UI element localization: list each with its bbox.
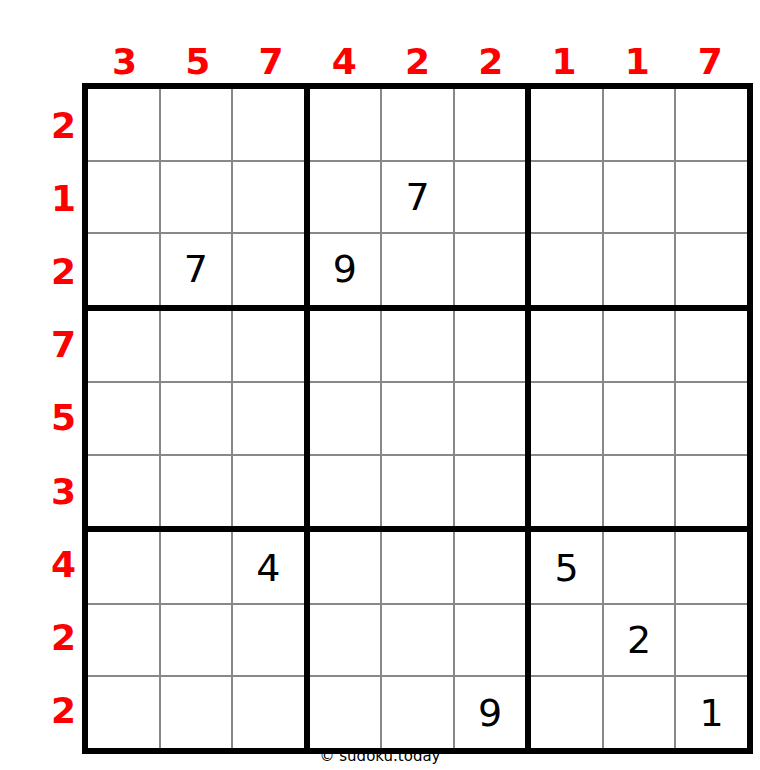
box-4 <box>88 311 304 527</box>
cell-r1c8[interactable] <box>604 89 675 160</box>
box-6 <box>531 311 747 527</box>
top-clue-col-2: 5 <box>161 40 234 80</box>
cell-r5c3[interactable] <box>233 383 304 454</box>
cell-r8c4[interactable] <box>310 605 381 676</box>
box-2: 79 <box>310 89 526 305</box>
cell-r5c6[interactable] <box>455 383 526 454</box>
top-clues-row: 357422117 <box>88 40 747 80</box>
cell-r3c5[interactable] <box>382 234 453 305</box>
cell-r5c1[interactable] <box>88 383 159 454</box>
top-clue-col-3: 7 <box>234 40 307 80</box>
cell-r4c3[interactable] <box>233 311 304 382</box>
top-clue-col-8: 1 <box>601 40 674 80</box>
cell-r7c4[interactable] <box>310 532 381 603</box>
cell-r9c4[interactable] <box>310 677 381 748</box>
cell-r2c8[interactable] <box>604 162 675 233</box>
cell-r7c6[interactable] <box>455 532 526 603</box>
cell-r6c3[interactable] <box>233 456 304 527</box>
left-clue-row-6: 3 <box>40 455 80 528</box>
cell-r2c1[interactable] <box>88 162 159 233</box>
cell-r2c4[interactable] <box>310 162 381 233</box>
cell-r4c5[interactable] <box>382 311 453 382</box>
box-5 <box>310 311 526 527</box>
left-clues-column: 212753422 <box>40 89 80 748</box>
cell-r8c7[interactable] <box>531 605 602 676</box>
cell-r6c5[interactable] <box>382 456 453 527</box>
left-clue-row-4: 7 <box>40 309 80 382</box>
cell-r2c5[interactable]: 7 <box>382 162 453 233</box>
cell-r1c7[interactable] <box>531 89 602 160</box>
cell-r5c8[interactable] <box>604 383 675 454</box>
cell-r9c6[interactable]: 9 <box>455 677 526 748</box>
cell-r4c9[interactable] <box>676 311 747 382</box>
cell-r7c8[interactable] <box>604 532 675 603</box>
top-clue-col-6: 2 <box>454 40 527 80</box>
cell-r6c7[interactable] <box>531 456 602 527</box>
cell-r5c2[interactable] <box>161 383 232 454</box>
cell-r4c1[interactable] <box>88 311 159 382</box>
footer-credit: © sudoku.today <box>0 747 760 765</box>
cell-r2c6[interactable] <box>455 162 526 233</box>
cell-r3c1[interactable] <box>88 234 159 305</box>
cell-r3c8[interactable] <box>604 234 675 305</box>
cell-r9c5[interactable] <box>382 677 453 748</box>
cell-r7c2[interactable] <box>161 532 232 603</box>
cell-r4c8[interactable] <box>604 311 675 382</box>
cell-r5c9[interactable] <box>676 383 747 454</box>
cell-r1c4[interactable] <box>310 89 381 160</box>
cell-r7c9[interactable] <box>676 532 747 603</box>
cell-r8c1[interactable] <box>88 605 159 676</box>
cell-r6c9[interactable] <box>676 456 747 527</box>
cell-r7c3[interactable]: 4 <box>233 532 304 603</box>
cell-r3c4[interactable]: 9 <box>310 234 381 305</box>
left-clue-row-1: 2 <box>40 89 80 162</box>
cell-r2c3[interactable] <box>233 162 304 233</box>
cell-r9c1[interactable] <box>88 677 159 748</box>
left-clue-row-9: 2 <box>40 675 80 748</box>
cell-r2c7[interactable] <box>531 162 602 233</box>
box-7: 4 <box>88 532 304 748</box>
cell-r9c2[interactable] <box>161 677 232 748</box>
cell-r8c6[interactable] <box>455 605 526 676</box>
cell-r3c6[interactable] <box>455 234 526 305</box>
cell-r2c2[interactable] <box>161 162 232 233</box>
cell-r6c1[interactable] <box>88 456 159 527</box>
cell-r1c3[interactable] <box>233 89 304 160</box>
cell-r8c8[interactable]: 2 <box>604 605 675 676</box>
cell-r3c2[interactable]: 7 <box>161 234 232 305</box>
left-clue-row-7: 4 <box>40 528 80 601</box>
cell-r3c7[interactable] <box>531 234 602 305</box>
top-clue-col-4: 4 <box>308 40 381 80</box>
cell-r4c6[interactable] <box>455 311 526 382</box>
cell-r8c2[interactable] <box>161 605 232 676</box>
cell-r6c6[interactable] <box>455 456 526 527</box>
cell-r6c4[interactable] <box>310 456 381 527</box>
cell-r5c7[interactable] <box>531 383 602 454</box>
cell-r4c4[interactable] <box>310 311 381 382</box>
cell-r7c7[interactable]: 5 <box>531 532 602 603</box>
sudoku-board: 77949521 <box>82 83 753 754</box>
cell-r5c5[interactable] <box>382 383 453 454</box>
cell-r6c8[interactable] <box>604 456 675 527</box>
left-clue-row-3: 2 <box>40 235 80 308</box>
cell-r9c9[interactable]: 1 <box>676 677 747 748</box>
cell-r2c9[interactable] <box>676 162 747 233</box>
cell-r7c1[interactable] <box>88 532 159 603</box>
cell-r1c5[interactable] <box>382 89 453 160</box>
box-9: 521 <box>531 532 747 748</box>
top-clue-col-7: 1 <box>527 40 600 80</box>
cell-r9c3[interactable] <box>233 677 304 748</box>
cell-r7c5[interactable] <box>382 532 453 603</box>
left-clue-row-8: 2 <box>40 602 80 675</box>
cell-r8c5[interactable] <box>382 605 453 676</box>
cell-r8c9[interactable] <box>676 605 747 676</box>
cell-r4c7[interactable] <box>531 311 602 382</box>
cell-r4c2[interactable] <box>161 311 232 382</box>
cell-r1c1[interactable] <box>88 89 159 160</box>
box-3 <box>531 89 747 305</box>
top-clue-col-1: 3 <box>88 40 161 80</box>
cell-r3c9[interactable] <box>676 234 747 305</box>
cell-r9c8[interactable] <box>604 677 675 748</box>
box-8: 9 <box>310 532 526 748</box>
cell-r6c2[interactable] <box>161 456 232 527</box>
cell-r1c9[interactable] <box>676 89 747 160</box>
cell-r9c7[interactable] <box>531 677 602 748</box>
left-clue-row-2: 1 <box>40 162 80 235</box>
cell-r1c2[interactable] <box>161 89 232 160</box>
top-clue-col-5: 2 <box>381 40 454 80</box>
top-clue-col-9: 7 <box>674 40 747 80</box>
cell-r5c4[interactable] <box>310 383 381 454</box>
left-clue-row-5: 5 <box>40 382 80 455</box>
cell-r3c3[interactable] <box>233 234 304 305</box>
box-1: 7 <box>88 89 304 305</box>
cell-r1c6[interactable] <box>455 89 526 160</box>
cell-r8c3[interactable] <box>233 605 304 676</box>
